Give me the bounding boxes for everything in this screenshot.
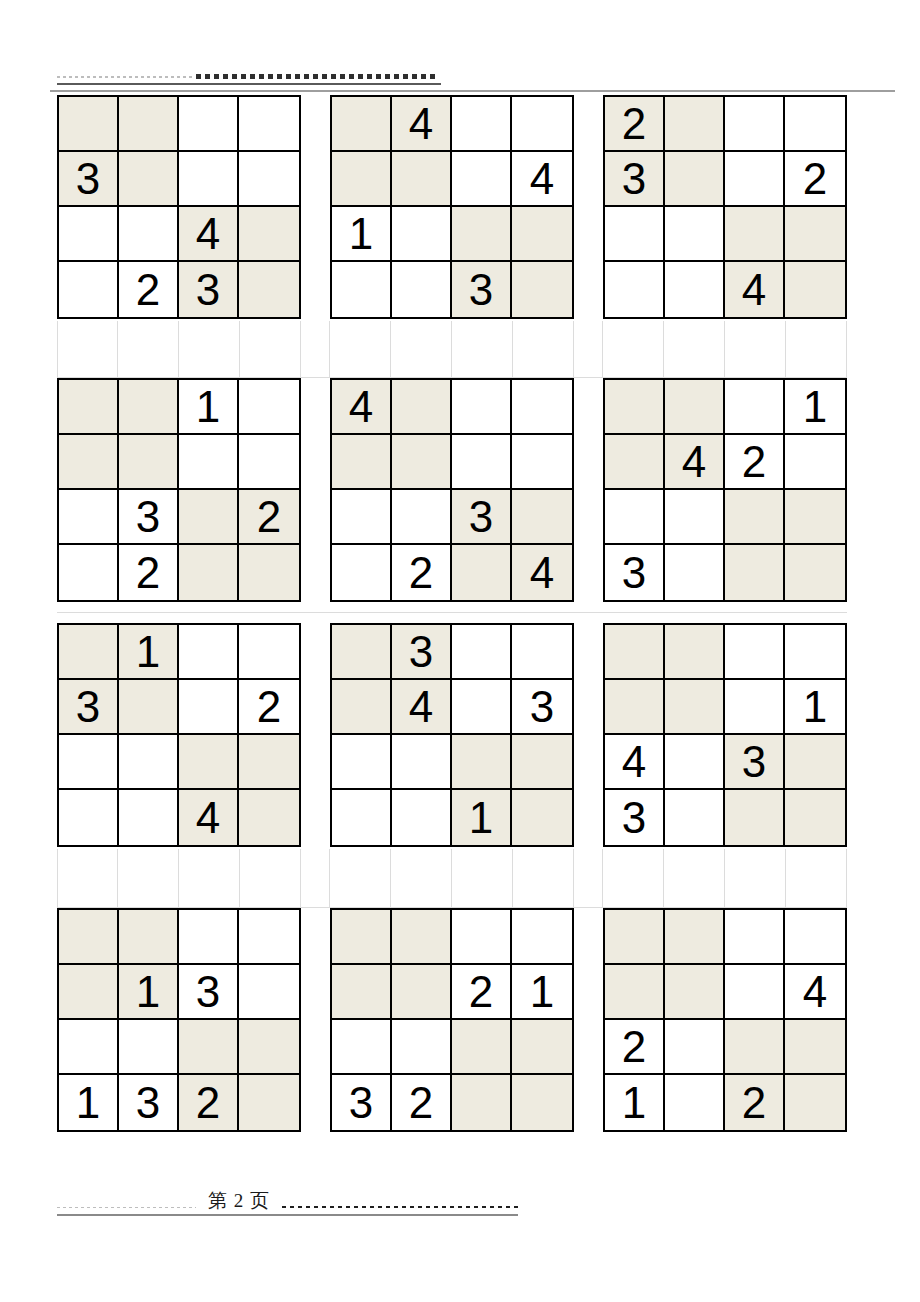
puzzle-4-cell-r2c4 (239, 435, 299, 490)
puzzle-3-cell-r3c3 (725, 207, 785, 262)
puzzle-12-cell-r2c1 (605, 965, 665, 1020)
puzzle-10-cell-r1c1 (59, 910, 119, 965)
puzzle-2-cell-r2c4: 4 (512, 152, 572, 207)
puzzle-9-cell-r4c1: 3 (605, 790, 665, 845)
spacer-cell (301, 849, 330, 907)
spacer-gridline-row-3 (57, 849, 847, 908)
header-separator-rule (50, 90, 895, 92)
puzzle-10-cell-r3c3 (179, 1020, 239, 1075)
puzzle-10-cell-r1c4 (239, 910, 299, 965)
puzzle-8-cell-r3c2 (392, 735, 452, 790)
puzzle-2-cell-r4c4 (512, 262, 572, 317)
puzzle-grid-11: 2132 (330, 908, 574, 1132)
spacer-cell (240, 321, 301, 377)
puzzle-4-cell-r1c4 (239, 380, 299, 435)
footer-dashed-line-bold (282, 1206, 518, 1208)
puzzle-10-cell-r2c2: 1 (119, 965, 179, 1020)
puzzle-8-cell-r2c1 (332, 680, 392, 735)
puzzle-9-cell-r4c3 (725, 790, 785, 845)
spacer-cell (57, 321, 118, 377)
puzzle-grid-7: 1324 (57, 623, 301, 847)
puzzle-1-cell-r4c2: 2 (119, 262, 179, 317)
puzzle-5-cell-r1c4 (512, 380, 572, 435)
puzzle-5-cell-r3c1 (332, 490, 392, 545)
puzzle-10-cell-r4c4 (239, 1075, 299, 1130)
puzzle-8-cell-r1c1 (332, 625, 392, 680)
puzzle-5-cell-r3c2 (392, 490, 452, 545)
puzzle-10-cell-r1c3 (179, 910, 239, 965)
puzzle-11-cell-r4c1: 3 (332, 1075, 392, 1130)
puzzle-grid-3: 2324 (603, 95, 847, 319)
puzzle-9-cell-r1c2 (665, 625, 725, 680)
puzzle-grid-4: 1322 (57, 378, 301, 602)
footer-page-number: 第 2 页 (196, 1188, 282, 1212)
puzzle-1-cell-r2c1: 3 (59, 152, 119, 207)
puzzle-9-cell-r1c4 (785, 625, 845, 680)
spacer-cell (179, 321, 240, 377)
puzzle-grid-5: 4324 (330, 378, 574, 602)
puzzle-10-cell-r4c3: 2 (179, 1075, 239, 1130)
puzzle-10-cell-r2c4 (239, 965, 299, 1020)
puzzle-2-cell-r2c1 (332, 152, 392, 207)
puzzle-10-cell-r2c3: 3 (179, 965, 239, 1020)
puzzle-1-cell-r4c3: 3 (179, 262, 239, 317)
puzzle-6-cell-r1c4: 1 (785, 380, 845, 435)
puzzle-1-cell-r1c3 (179, 97, 239, 152)
puzzle-6-cell-r4c2 (665, 545, 725, 600)
puzzle-10-cell-r4c2: 3 (119, 1075, 179, 1130)
puzzle-9-cell-r3c4 (785, 735, 845, 790)
puzzle-5-cell-r1c2 (392, 380, 452, 435)
puzzle-9-cell-r2c1 (605, 680, 665, 735)
spacer-cell (391, 321, 452, 377)
spacer-cell (391, 849, 452, 907)
puzzle-5-cell-r2c1 (332, 435, 392, 490)
spacer-cell (574, 321, 603, 377)
puzzle-6-cell-r2c2: 4 (665, 435, 725, 490)
puzzle-8-cell-r3c1 (332, 735, 392, 790)
puzzle-4-cell-r4c4 (239, 545, 299, 600)
puzzle-7-cell-r4c3: 4 (179, 790, 239, 845)
puzzle-3-cell-r4c4 (785, 262, 845, 317)
spacer-cell (603, 849, 664, 907)
puzzle-7-cell-r3c2 (119, 735, 179, 790)
puzzle-9-cell-r1c3 (725, 625, 785, 680)
puzzle-7-cell-r3c4 (239, 735, 299, 790)
puzzle-1-cell-r2c3 (179, 152, 239, 207)
puzzle-12-cell-r2c4: 4 (785, 965, 845, 1020)
puzzle-1-cell-r1c1 (59, 97, 119, 152)
spacer-cell (513, 321, 574, 377)
puzzle-8-cell-r4c2 (392, 790, 452, 845)
puzzle-9-cell-r3c1: 4 (605, 735, 665, 790)
puzzle-2-cell-r4c3: 3 (452, 262, 512, 317)
puzzle-5-cell-r1c3 (452, 380, 512, 435)
puzzle-12-cell-r2c3 (725, 965, 785, 1020)
puzzle-8-cell-r4c1 (332, 790, 392, 845)
puzzle-2-cell-r1c1 (332, 97, 392, 152)
puzzle-3-cell-r1c4 (785, 97, 845, 152)
spacer-cell (786, 321, 847, 377)
puzzle-10-cell-r4c1: 1 (59, 1075, 119, 1130)
puzzle-8-cell-r3c3 (452, 735, 512, 790)
puzzle-2-cell-r1c3 (452, 97, 512, 152)
puzzle-6-cell-r2c1 (605, 435, 665, 490)
puzzle-2-cell-r1c4 (512, 97, 572, 152)
puzzle-11-cell-r2c1 (332, 965, 392, 1020)
puzzle-12-cell-r2c2 (665, 965, 725, 1020)
puzzle-6-cell-r4c4 (785, 545, 845, 600)
spacer-cell (452, 849, 513, 907)
puzzle-8-cell-r1c3 (452, 625, 512, 680)
puzzle-4-cell-r3c4: 2 (239, 490, 299, 545)
puzzle-7-cell-r3c1 (59, 735, 119, 790)
puzzle-1-cell-r2c2 (119, 152, 179, 207)
puzzle-7-cell-r4c1 (59, 790, 119, 845)
spacer-cell (118, 849, 179, 907)
puzzle-4-cell-r2c2 (119, 435, 179, 490)
puzzle-2-cell-r2c3 (452, 152, 512, 207)
puzzle-3-cell-r1c3 (725, 97, 785, 152)
spacer-cell (57, 849, 118, 907)
puzzle-10-cell-r3c1 (59, 1020, 119, 1075)
puzzle-8-cell-r1c4 (512, 625, 572, 680)
puzzle-5-cell-r2c2 (392, 435, 452, 490)
puzzle-7-cell-r4c2 (119, 790, 179, 845)
puzzle-4-cell-r4c2: 2 (119, 545, 179, 600)
puzzle-11-cell-r2c4: 1 (512, 965, 572, 1020)
puzzle-2-cell-r3c1: 1 (332, 207, 392, 262)
puzzle-8-cell-r2c3 (452, 680, 512, 735)
puzzle-1-cell-r2c4 (239, 152, 299, 207)
puzzle-11-cell-r3c4 (512, 1020, 572, 1075)
puzzle-grid-2: 4413 (330, 95, 574, 319)
puzzle-1-cell-r3c2 (119, 207, 179, 262)
puzzle-3-cell-r4c3: 4 (725, 262, 785, 317)
puzzle-9-cell-r1c1 (605, 625, 665, 680)
header-underline (57, 83, 441, 85)
puzzle-3-cell-r3c1 (605, 207, 665, 262)
puzzle-7-cell-r2c2 (119, 680, 179, 735)
puzzle-3-cell-r4c1 (605, 262, 665, 317)
puzzle-12-cell-r4c2 (665, 1075, 725, 1130)
puzzle-7-cell-r3c3 (179, 735, 239, 790)
puzzle-12-cell-r4c1: 1 (605, 1075, 665, 1130)
spacer-cell (725, 849, 786, 907)
puzzle-2-cell-r2c2 (392, 152, 452, 207)
puzzle-9-cell-r4c2 (665, 790, 725, 845)
puzzle-9-cell-r3c3: 3 (725, 735, 785, 790)
puzzle-2-cell-r1c2: 4 (392, 97, 452, 152)
puzzle-9-cell-r2c3 (725, 680, 785, 735)
spacer-cell (118, 321, 179, 377)
puzzle-5-cell-r4c1 (332, 545, 392, 600)
spacer-cell (240, 849, 301, 907)
puzzle-4-cell-r2c1 (59, 435, 119, 490)
puzzle-11-cell-r1c2 (392, 910, 452, 965)
puzzle-5-cell-r4c2: 2 (392, 545, 452, 600)
puzzle-8-cell-r2c2: 4 (392, 680, 452, 735)
spacer-cell (330, 849, 391, 907)
puzzle-3-cell-r1c2 (665, 97, 725, 152)
puzzle-5-cell-r4c3 (452, 545, 512, 600)
puzzle-5-cell-r2c4 (512, 435, 572, 490)
puzzle-1-cell-r4c4 (239, 262, 299, 317)
puzzle-11-cell-r4c3 (452, 1075, 512, 1130)
puzzle-6-cell-r2c4 (785, 435, 845, 490)
puzzle-grid-6: 1423 (603, 378, 847, 602)
puzzle-10-cell-r1c2 (119, 910, 179, 965)
puzzle-2-cell-r4c1 (332, 262, 392, 317)
puzzle-9-cell-r2c2 (665, 680, 725, 735)
puzzle-10-cell-r3c2 (119, 1020, 179, 1075)
puzzle-1-cell-r3c1 (59, 207, 119, 262)
spacer-cell (452, 321, 513, 377)
puzzle-7-cell-r1c1 (59, 625, 119, 680)
puzzle-7-cell-r2c1: 3 (59, 680, 119, 735)
puzzle-1-cell-r1c2 (119, 97, 179, 152)
spacer-cell (179, 849, 240, 907)
puzzle-3-cell-r3c4 (785, 207, 845, 262)
puzzle-6-cell-r1c1 (605, 380, 665, 435)
puzzle-7-cell-r1c3 (179, 625, 239, 680)
puzzle-4-cell-r1c3: 1 (179, 380, 239, 435)
puzzle-3-cell-r4c2 (665, 262, 725, 317)
puzzle-12-cell-r4c3: 2 (725, 1075, 785, 1130)
puzzle-9-cell-r3c2 (665, 735, 725, 790)
puzzle-11-cell-r1c4 (512, 910, 572, 965)
puzzle-11-cell-r3c1 (332, 1020, 392, 1075)
header-dashed-line-bold (196, 74, 438, 79)
puzzle-12-cell-r4c4 (785, 1075, 845, 1130)
puzzle-12-cell-r3c3 (725, 1020, 785, 1075)
puzzle-12-cell-r3c2 (665, 1020, 725, 1075)
puzzle-5-cell-r3c4 (512, 490, 572, 545)
puzzle-grid-9: 1433 (603, 623, 847, 847)
spacer-cell (603, 321, 664, 377)
puzzle-11-cell-r1c1 (332, 910, 392, 965)
puzzle-4-cell-r4c1 (59, 545, 119, 600)
spacer-cell (664, 849, 725, 907)
spacer-cell (725, 321, 786, 377)
puzzle-11-cell-r2c3: 2 (452, 965, 512, 1020)
puzzle-8-cell-r2c4: 3 (512, 680, 572, 735)
puzzle-1-cell-r4c1 (59, 262, 119, 317)
spacer-gridline-row-1 (57, 321, 847, 378)
puzzle-8-cell-r4c3: 1 (452, 790, 512, 845)
puzzle-3-cell-r2c2 (665, 152, 725, 207)
puzzle-3-cell-r2c1: 3 (605, 152, 665, 207)
puzzle-10-cell-r2c1 (59, 965, 119, 1020)
puzzle-12-cell-r3c1: 2 (605, 1020, 665, 1075)
header-dashed-line-light (57, 76, 195, 78)
spacer-cell (664, 321, 725, 377)
puzzle-7-cell-r4c4 (239, 790, 299, 845)
puzzle-grid-12: 4212 (603, 908, 847, 1132)
puzzle-6-cell-r4c1: 3 (605, 545, 665, 600)
puzzle-6-cell-r3c2 (665, 490, 725, 545)
puzzle-12-cell-r1c3 (725, 910, 785, 965)
puzzle-12-cell-r3c4 (785, 1020, 845, 1075)
puzzle-4-cell-r1c2 (119, 380, 179, 435)
puzzle-6-cell-r3c3 (725, 490, 785, 545)
puzzle-2-cell-r3c2 (392, 207, 452, 262)
spacer-cell (301, 321, 330, 377)
puzzle-2-cell-r4c2 (392, 262, 452, 317)
puzzle-11-cell-r2c2 (392, 965, 452, 1020)
puzzle-7-cell-r1c2: 1 (119, 625, 179, 680)
puzzle-3-cell-r2c3 (725, 152, 785, 207)
footer-dashed-line-light (57, 1207, 196, 1208)
puzzle-1-cell-r3c4 (239, 207, 299, 262)
puzzle-4-cell-r2c3 (179, 435, 239, 490)
puzzle-12-cell-r1c2 (665, 910, 725, 965)
spacer-cell (574, 849, 603, 907)
puzzle-grid-1: 3423 (57, 95, 301, 319)
puzzle-1-cell-r1c4 (239, 97, 299, 152)
puzzle-8-cell-r1c2: 3 (392, 625, 452, 680)
puzzle-4-cell-r1c1 (59, 380, 119, 435)
puzzle-4-cell-r4c3 (179, 545, 239, 600)
spacer-cell (330, 321, 391, 377)
puzzle-7-cell-r2c3 (179, 680, 239, 735)
puzzle-9-cell-r4c4 (785, 790, 845, 845)
puzzle-2-cell-r3c4 (512, 207, 572, 262)
puzzle-grid-8: 3431 (330, 623, 574, 847)
puzzle-5-cell-r2c3 (452, 435, 512, 490)
puzzle-3-cell-r3c2 (665, 207, 725, 262)
puzzle-11-cell-r3c3 (452, 1020, 512, 1075)
puzzle-4-cell-r3c1 (59, 490, 119, 545)
puzzle-11-cell-r4c4 (512, 1075, 572, 1130)
puzzle-6-cell-r3c1 (605, 490, 665, 545)
puzzle-12-cell-r1c1 (605, 910, 665, 965)
puzzle-5-cell-r3c3: 3 (452, 490, 512, 545)
puzzle-5-cell-r4c4: 4 (512, 545, 572, 600)
puzzle-6-cell-r2c3: 2 (725, 435, 785, 490)
spacer-cell (786, 849, 847, 907)
spacer-gridline-row-2 (57, 612, 847, 613)
spacer-cell (513, 849, 574, 907)
puzzle-8-cell-r4c4 (512, 790, 572, 845)
puzzle-4-cell-r3c3 (179, 490, 239, 545)
puzzle-5-cell-r1c1: 4 (332, 380, 392, 435)
puzzle-2-cell-r3c3 (452, 207, 512, 262)
puzzle-6-cell-r3c4 (785, 490, 845, 545)
puzzle-11-cell-r4c2: 2 (392, 1075, 452, 1130)
puzzle-1-cell-r3c3: 4 (179, 207, 239, 262)
puzzle-6-cell-r4c3 (725, 545, 785, 600)
footer-underline (57, 1214, 518, 1216)
puzzle-7-cell-r2c4: 2 (239, 680, 299, 735)
puzzle-12-cell-r1c4 (785, 910, 845, 965)
puzzle-8-cell-r3c4 (512, 735, 572, 790)
puzzle-11-cell-r3c2 (392, 1020, 452, 1075)
puzzle-11-cell-r1c3 (452, 910, 512, 965)
puzzle-6-cell-r1c3 (725, 380, 785, 435)
puzzle-9-cell-r2c4: 1 (785, 680, 845, 735)
puzzle-3-cell-r2c4: 2 (785, 152, 845, 207)
puzzle-grid-10: 13132 (57, 908, 301, 1132)
puzzle-7-cell-r1c4 (239, 625, 299, 680)
puzzle-10-cell-r3c4 (239, 1020, 299, 1075)
puzzle-3-cell-r1c1: 2 (605, 97, 665, 152)
puzzle-4-cell-r3c2: 3 (119, 490, 179, 545)
puzzle-6-cell-r1c2 (665, 380, 725, 435)
